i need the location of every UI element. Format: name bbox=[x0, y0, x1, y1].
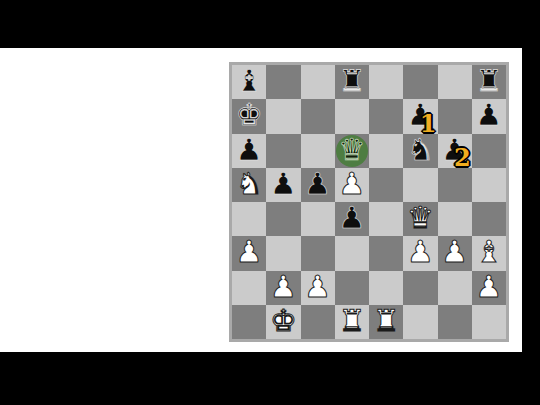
piece-white-pawn: ♟ bbox=[270, 270, 297, 304]
square-g1 bbox=[438, 305, 472, 339]
square-b5: ♟ bbox=[266, 168, 300, 202]
square-e8 bbox=[369, 65, 403, 99]
piece-white-queen: ♛ bbox=[407, 201, 434, 235]
move-order-badge: 2 bbox=[454, 143, 471, 172]
piece-black-rook: ♜ bbox=[338, 64, 365, 98]
square-a5: ♞ bbox=[232, 168, 266, 202]
piece-white-rook: ♜ bbox=[373, 304, 400, 338]
square-b7 bbox=[266, 99, 300, 133]
square-c8 bbox=[301, 65, 335, 99]
piece-white-knight: ♞ bbox=[236, 167, 263, 201]
square-b6 bbox=[266, 134, 300, 168]
piece-black-pawn: ♟ bbox=[304, 167, 331, 201]
square-d2 bbox=[335, 271, 369, 305]
square-f6: ♞ bbox=[403, 134, 437, 168]
square-b3 bbox=[266, 236, 300, 270]
square-a2 bbox=[232, 271, 266, 305]
square-d3 bbox=[335, 236, 369, 270]
square-b4 bbox=[266, 202, 300, 236]
square-h6 bbox=[472, 134, 506, 168]
square-h2: ♟ bbox=[472, 271, 506, 305]
square-c4 bbox=[301, 202, 335, 236]
square-h5 bbox=[472, 168, 506, 202]
square-g5 bbox=[438, 168, 472, 202]
square-g6: ♟2 bbox=[438, 134, 472, 168]
square-e5 bbox=[369, 168, 403, 202]
square-e6 bbox=[369, 134, 403, 168]
piece-white-pawn: ♟ bbox=[407, 235, 434, 269]
square-f3: ♟ bbox=[403, 236, 437, 270]
piece-black-pawn: ♟ bbox=[236, 133, 263, 167]
square-e3 bbox=[369, 236, 403, 270]
square-a6: ♟ bbox=[232, 134, 266, 168]
letterbox-right bbox=[522, 0, 540, 405]
square-f5 bbox=[403, 168, 437, 202]
square-c2: ♟ bbox=[301, 271, 335, 305]
square-d1: ♜ bbox=[335, 305, 369, 339]
square-g2 bbox=[438, 271, 472, 305]
piece-black-pawn: ♟ bbox=[270, 167, 297, 201]
piece-white-pawn: ♟ bbox=[475, 270, 502, 304]
square-c7 bbox=[301, 99, 335, 133]
move-order-badge: 1 bbox=[420, 109, 437, 138]
square-f4: ♛ bbox=[403, 202, 437, 236]
square-c3 bbox=[301, 236, 335, 270]
piece-black-queen: ♛ bbox=[338, 133, 365, 167]
piece-white-bishop: ♝ bbox=[475, 235, 502, 269]
piece-black-pawn: ♟ bbox=[475, 98, 502, 132]
piece-white-pawn: ♟ bbox=[338, 167, 365, 201]
square-a7: ♚ bbox=[232, 99, 266, 133]
square-a1 bbox=[232, 305, 266, 339]
piece-black-knight: ♞ bbox=[407, 133, 434, 167]
square-h1 bbox=[472, 305, 506, 339]
square-g4 bbox=[438, 202, 472, 236]
letterbox-top bbox=[0, 0, 540, 48]
chess-board: ♝♜♜♚♟1♟♟♛♞♟2♞♟♟♟♟♛♟♟♟♝♟♟♟♚♜♜ bbox=[229, 62, 509, 342]
square-f8 bbox=[403, 65, 437, 99]
square-d6: ♛ bbox=[335, 134, 369, 168]
square-f2 bbox=[403, 271, 437, 305]
piece-black-king: ♚ bbox=[236, 98, 263, 132]
letterbox-bottom bbox=[0, 352, 540, 405]
piece-white-pawn: ♟ bbox=[236, 235, 263, 269]
square-h7: ♟ bbox=[472, 99, 506, 133]
square-b1: ♚ bbox=[266, 305, 300, 339]
piece-black-pawn: ♟ bbox=[338, 201, 365, 235]
square-h4 bbox=[472, 202, 506, 236]
square-h8: ♜ bbox=[472, 65, 506, 99]
square-d8: ♜ bbox=[335, 65, 369, 99]
piece-white-rook: ♜ bbox=[338, 304, 365, 338]
square-a4 bbox=[232, 202, 266, 236]
square-e2 bbox=[369, 271, 403, 305]
piece-white-pawn: ♟ bbox=[304, 270, 331, 304]
square-h3: ♝ bbox=[472, 236, 506, 270]
square-b2: ♟ bbox=[266, 271, 300, 305]
piece-black-bishop: ♝ bbox=[236, 64, 263, 98]
square-g8 bbox=[438, 65, 472, 99]
square-e4 bbox=[369, 202, 403, 236]
square-f1 bbox=[403, 305, 437, 339]
piece-white-pawn: ♟ bbox=[441, 235, 468, 269]
square-d4: ♟ bbox=[335, 202, 369, 236]
square-a8: ♝ bbox=[232, 65, 266, 99]
square-f7: ♟1 bbox=[403, 99, 437, 133]
square-b8 bbox=[266, 65, 300, 99]
square-c1 bbox=[301, 305, 335, 339]
square-d7 bbox=[335, 99, 369, 133]
video-frame: ♝♜♜♚♟1♟♟♛♞♟2♞♟♟♟♟♛♟♟♟♝♟♟♟♚♜♜ bbox=[0, 0, 540, 405]
square-a3: ♟ bbox=[232, 236, 266, 270]
square-d5: ♟ bbox=[335, 168, 369, 202]
square-c6 bbox=[301, 134, 335, 168]
square-g3: ♟ bbox=[438, 236, 472, 270]
square-e7 bbox=[369, 99, 403, 133]
square-g7 bbox=[438, 99, 472, 133]
piece-white-king: ♚ bbox=[270, 304, 297, 338]
square-c5: ♟ bbox=[301, 168, 335, 202]
piece-black-rook: ♜ bbox=[475, 64, 502, 98]
square-e1: ♜ bbox=[369, 305, 403, 339]
